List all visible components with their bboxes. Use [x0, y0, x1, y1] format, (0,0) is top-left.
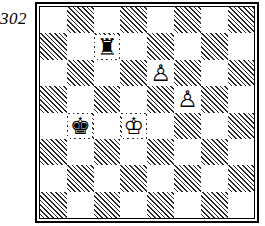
- square-g6: [201, 60, 228, 86]
- square-h1: [228, 192, 255, 218]
- white-pawn-f5: ♙: [175, 87, 199, 111]
- square-a5: [40, 86, 67, 112]
- square-f1: [174, 192, 201, 218]
- chessboard-inner-frame: ♜♙♙♚♔: [39, 6, 255, 219]
- square-b5: [67, 86, 94, 112]
- square-h6: [228, 60, 255, 86]
- square-b1: [67, 192, 94, 218]
- square-f8: [174, 7, 201, 33]
- square-c7: ♜: [94, 33, 121, 59]
- square-h7: [228, 33, 255, 59]
- square-e1: [147, 192, 174, 218]
- square-d6: [120, 60, 147, 86]
- square-d3: [120, 139, 147, 165]
- square-a6: [40, 60, 67, 86]
- white-king-d4: ♔: [122, 114, 146, 138]
- square-f3: [174, 139, 201, 165]
- square-c8: [94, 7, 121, 33]
- square-h3: [228, 139, 255, 165]
- square-e6: ♙: [147, 60, 174, 86]
- black-king-b4: ♚: [68, 114, 92, 138]
- square-h4: [228, 113, 255, 139]
- square-b3: [67, 139, 94, 165]
- diagram-number: 302: [0, 9, 33, 29]
- square-b7: [67, 33, 94, 59]
- square-g5: [201, 86, 228, 112]
- square-g1: [201, 192, 228, 218]
- square-a3: [40, 139, 67, 165]
- square-e5: [147, 86, 174, 112]
- chessboard-frame: ♜♙♙♚♔: [35, 2, 259, 223]
- square-a8: [40, 7, 67, 33]
- square-a2: [40, 165, 67, 191]
- square-c3: [94, 139, 121, 165]
- book-page: 302 ♜♙♙♚♔: [0, 0, 265, 226]
- black-rook-c7: ♜: [95, 35, 119, 59]
- square-f5: ♙: [174, 86, 201, 112]
- square-h5: [228, 86, 255, 112]
- square-h8: [228, 7, 255, 33]
- chessboard: ♜♙♙♚♔: [40, 7, 254, 218]
- square-f4: [174, 113, 201, 139]
- square-c6: [94, 60, 121, 86]
- square-c4: [94, 113, 121, 139]
- square-e8: [147, 7, 174, 33]
- white-pawn-e6: ♙: [149, 61, 173, 85]
- square-g8: [201, 7, 228, 33]
- square-h2: [228, 165, 255, 191]
- square-f6: [174, 60, 201, 86]
- square-c5: [94, 86, 121, 112]
- square-c2: [94, 165, 121, 191]
- square-b6: [67, 60, 94, 86]
- square-d7: [120, 33, 147, 59]
- square-g3: [201, 139, 228, 165]
- square-e4: [147, 113, 174, 139]
- square-f2: [174, 165, 201, 191]
- square-g7: [201, 33, 228, 59]
- square-b4: ♚: [67, 113, 94, 139]
- square-d8: [120, 7, 147, 33]
- square-e7: [147, 33, 174, 59]
- square-d4: ♔: [120, 113, 147, 139]
- square-a1: [40, 192, 67, 218]
- square-g4: [201, 113, 228, 139]
- square-b8: [67, 7, 94, 33]
- square-c1: [94, 192, 121, 218]
- square-d2: [120, 165, 147, 191]
- square-e2: [147, 165, 174, 191]
- square-d1: [120, 192, 147, 218]
- square-a4: [40, 113, 67, 139]
- square-g2: [201, 165, 228, 191]
- square-b2: [67, 165, 94, 191]
- square-f7: [174, 33, 201, 59]
- square-d5: [120, 86, 147, 112]
- square-e3: [147, 139, 174, 165]
- square-a7: [40, 33, 67, 59]
